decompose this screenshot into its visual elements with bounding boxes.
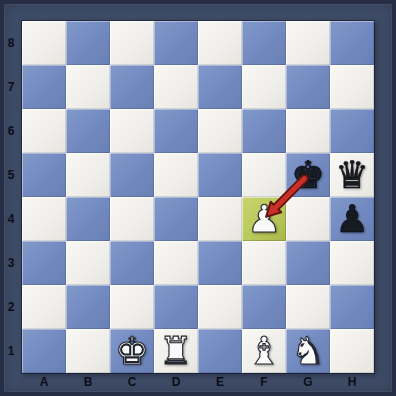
square-c5[interactable] — [110, 153, 154, 197]
square-h3[interactable] — [330, 241, 374, 285]
square-h2[interactable] — [330, 285, 374, 329]
rank-label-6: 6 — [0, 109, 22, 153]
square-g8[interactable] — [286, 21, 330, 65]
square-f7[interactable] — [242, 65, 286, 109]
square-e4[interactable] — [198, 197, 242, 241]
file-label-e: E — [198, 372, 242, 392]
square-b7[interactable] — [66, 65, 110, 109]
square-e8[interactable] — [198, 21, 242, 65]
square-c1[interactable]: ♚ — [110, 329, 154, 373]
rank-labels: 87654321 — [0, 21, 22, 373]
rank-label-7: 7 — [0, 65, 22, 109]
piece-white-rook[interactable]: ♜ — [159, 332, 193, 370]
square-b3[interactable] — [66, 241, 110, 285]
board-frame: 87654321 ABCDEFGH ♚♛♟♟♚♜♝♞ — [0, 0, 396, 396]
square-a6[interactable] — [22, 109, 66, 153]
square-b2[interactable] — [66, 285, 110, 329]
square-a7[interactable] — [22, 65, 66, 109]
file-labels: ABCDEFGH — [22, 372, 374, 392]
square-d7[interactable] — [154, 65, 198, 109]
piece-white-pawn[interactable]: ♟ — [247, 200, 281, 238]
chess-board: ♚♛♟♟♚♜♝♞ — [22, 21, 374, 373]
square-h5[interactable]: ♛ — [330, 153, 374, 197]
square-a2[interactable] — [22, 285, 66, 329]
square-b8[interactable] — [66, 21, 110, 65]
square-a4[interactable] — [22, 197, 66, 241]
square-g6[interactable] — [286, 109, 330, 153]
square-g1[interactable]: ♞ — [286, 329, 330, 373]
file-label-d: D — [154, 372, 198, 392]
square-e3[interactable] — [198, 241, 242, 285]
rank-label-4: 4 — [0, 197, 22, 241]
square-d8[interactable] — [154, 21, 198, 65]
square-e2[interactable] — [198, 285, 242, 329]
square-f4[interactable]: ♟ — [242, 197, 286, 241]
square-c4[interactable] — [110, 197, 154, 241]
piece-white-knight[interactable]: ♞ — [291, 332, 325, 370]
rank-label-3: 3 — [0, 241, 22, 285]
file-label-f: F — [242, 372, 286, 392]
piece-black-queen[interactable]: ♛ — [335, 156, 369, 194]
square-c6[interactable] — [110, 109, 154, 153]
square-h8[interactable] — [330, 21, 374, 65]
square-e5[interactable] — [198, 153, 242, 197]
square-e7[interactable] — [198, 65, 242, 109]
rank-label-8: 8 — [0, 21, 22, 65]
square-d1[interactable]: ♜ — [154, 329, 198, 373]
square-c8[interactable] — [110, 21, 154, 65]
square-h1[interactable] — [330, 329, 374, 373]
square-f3[interactable] — [242, 241, 286, 285]
square-a1[interactable] — [22, 329, 66, 373]
piece-white-bishop[interactable]: ♝ — [247, 332, 281, 370]
rank-label-1: 1 — [0, 329, 22, 373]
square-f5[interactable] — [242, 153, 286, 197]
square-b5[interactable] — [66, 153, 110, 197]
square-h7[interactable] — [330, 65, 374, 109]
piece-white-king[interactable]: ♚ — [115, 332, 149, 370]
square-d3[interactable] — [154, 241, 198, 285]
square-e1[interactable] — [198, 329, 242, 373]
square-g5[interactable]: ♚ — [286, 153, 330, 197]
square-d4[interactable] — [154, 197, 198, 241]
square-d2[interactable] — [154, 285, 198, 329]
square-d5[interactable] — [154, 153, 198, 197]
square-f6[interactable] — [242, 109, 286, 153]
square-e6[interactable] — [198, 109, 242, 153]
square-b4[interactable] — [66, 197, 110, 241]
square-g3[interactable] — [286, 241, 330, 285]
square-a8[interactable] — [22, 21, 66, 65]
rank-label-2: 2 — [0, 285, 22, 329]
rank-label-5: 5 — [0, 153, 22, 197]
square-h4[interactable]: ♟ — [330, 197, 374, 241]
square-a5[interactable] — [22, 153, 66, 197]
square-g4[interactable] — [286, 197, 330, 241]
piece-black-pawn[interactable]: ♟ — [335, 200, 369, 238]
square-b1[interactable] — [66, 329, 110, 373]
file-label-h: H — [330, 372, 374, 392]
square-f1[interactable]: ♝ — [242, 329, 286, 373]
square-c3[interactable] — [110, 241, 154, 285]
file-label-b: B — [66, 372, 110, 392]
file-label-g: G — [286, 372, 330, 392]
square-d6[interactable] — [154, 109, 198, 153]
square-f8[interactable] — [242, 21, 286, 65]
piece-black-king[interactable]: ♚ — [291, 156, 325, 194]
square-c2[interactable] — [110, 285, 154, 329]
file-label-c: C — [110, 372, 154, 392]
square-c7[interactable] — [110, 65, 154, 109]
square-a3[interactable] — [22, 241, 66, 285]
square-g2[interactable] — [286, 285, 330, 329]
file-label-a: A — [22, 372, 66, 392]
square-f2[interactable] — [242, 285, 286, 329]
square-h6[interactable] — [330, 109, 374, 153]
square-g7[interactable] — [286, 65, 330, 109]
square-b6[interactable] — [66, 109, 110, 153]
